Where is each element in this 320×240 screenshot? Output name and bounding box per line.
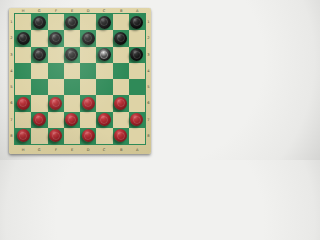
board-square[interactable] [113, 112, 129, 128]
red-checker[interactable] [98, 113, 111, 126]
board-square[interactable] [64, 95, 80, 111]
board-square[interactable] [15, 79, 31, 95]
board-square[interactable] [64, 63, 80, 79]
black-checker[interactable] [114, 32, 127, 45]
board-square[interactable] [80, 79, 96, 95]
black-checker[interactable] [82, 32, 95, 45]
board-square[interactable] [113, 47, 129, 63]
black-checker[interactable] [65, 48, 78, 61]
red-checker[interactable] [82, 97, 95, 110]
board-square[interactable] [64, 128, 80, 144]
red-checker[interactable] [49, 97, 62, 110]
board-square[interactable] [48, 95, 64, 111]
board-square[interactable] [96, 112, 112, 128]
board-square[interactable] [113, 30, 129, 46]
board-square[interactable] [80, 30, 96, 46]
board-square[interactable] [48, 112, 64, 128]
black-checker[interactable] [98, 48, 111, 61]
board-square[interactable] [113, 95, 129, 111]
board-square[interactable] [113, 14, 129, 30]
board-square[interactable] [129, 47, 145, 63]
rank-label: 6 [146, 96, 151, 111]
red-checker[interactable] [114, 129, 127, 142]
board-square[interactable] [15, 128, 31, 144]
board-square[interactable] [48, 30, 64, 46]
file-labels-bottom: HGFEDCBA [15, 146, 145, 154]
file-label: C [97, 146, 112, 153]
file-label: A [130, 146, 145, 153]
rank-labels-right: 12345678 [146, 14, 151, 144]
black-checker[interactable] [130, 48, 143, 61]
board-square[interactable] [15, 112, 31, 128]
rank-label: 3 [146, 47, 151, 62]
rank-label: 1 [146, 15, 151, 30]
red-checker[interactable] [114, 97, 127, 110]
board-square[interactable] [64, 79, 80, 95]
board-square[interactable] [31, 95, 47, 111]
board-square[interactable] [80, 14, 96, 30]
board-square[interactable] [31, 63, 47, 79]
black-checker[interactable] [17, 32, 30, 45]
red-checker[interactable] [49, 129, 62, 142]
board-square[interactable] [129, 30, 145, 46]
board-square[interactable] [113, 128, 129, 144]
rank-label: 2 [146, 31, 151, 46]
black-checker[interactable] [130, 16, 143, 29]
board-square[interactable] [48, 128, 64, 144]
play-area [14, 13, 146, 145]
red-checker[interactable] [65, 113, 78, 126]
board-square[interactable] [48, 63, 64, 79]
board-square[interactable] [96, 47, 112, 63]
board-square[interactable] [31, 128, 47, 144]
board-square[interactable] [64, 30, 80, 46]
board-square[interactable] [64, 14, 80, 30]
board-square[interactable] [80, 47, 96, 63]
red-checker[interactable] [17, 129, 30, 142]
board-square[interactable] [31, 14, 47, 30]
board-square[interactable] [31, 112, 47, 128]
file-label: H [16, 146, 31, 153]
checkers-board: HGFEDCBA HGFEDCBA 12345678 12345678 [9, 8, 151, 154]
board-square[interactable] [96, 14, 112, 30]
board-square[interactable] [31, 47, 47, 63]
board-square[interactable] [15, 95, 31, 111]
board-square[interactable] [129, 63, 145, 79]
board-square[interactable] [96, 95, 112, 111]
black-checker[interactable] [65, 16, 78, 29]
board-square[interactable] [15, 63, 31, 79]
board-square[interactable] [96, 79, 112, 95]
file-label: B [113, 146, 128, 153]
board-square[interactable] [113, 79, 129, 95]
board-square[interactable] [48, 14, 64, 30]
rank-label: 7 [146, 112, 151, 127]
board-square[interactable] [80, 95, 96, 111]
rank-label: 4 [146, 64, 151, 79]
board-square[interactable] [15, 47, 31, 63]
board-square[interactable] [129, 112, 145, 128]
board-square[interactable] [15, 30, 31, 46]
rank-label: 8 [146, 129, 151, 144]
board-square[interactable] [31, 30, 47, 46]
board-square[interactable] [129, 95, 145, 111]
board-square[interactable] [15, 14, 31, 30]
board-square[interactable] [113, 63, 129, 79]
board-square[interactable] [48, 47, 64, 63]
red-checker[interactable] [82, 129, 95, 142]
board-square[interactable] [64, 112, 80, 128]
black-checker[interactable] [49, 32, 62, 45]
board-square[interactable] [96, 30, 112, 46]
board-square[interactable] [80, 112, 96, 128]
board-square[interactable] [64, 47, 80, 63]
board-square[interactable] [31, 79, 47, 95]
board-grid [15, 14, 145, 144]
red-checker[interactable] [17, 97, 30, 110]
board-square[interactable] [129, 128, 145, 144]
board-square[interactable] [80, 63, 96, 79]
board-square[interactable] [96, 128, 112, 144]
file-label: G [32, 146, 47, 153]
red-checker[interactable] [130, 113, 143, 126]
board-square[interactable] [80, 128, 96, 144]
black-checker[interactable] [33, 16, 46, 29]
file-label: D [81, 146, 96, 153]
red-checker[interactable] [33, 113, 46, 126]
board-square[interactable] [129, 14, 145, 30]
board-square[interactable] [129, 79, 145, 95]
file-label: F [48, 146, 63, 153]
file-label: E [65, 146, 80, 153]
black-checker[interactable] [33, 48, 46, 61]
board-square[interactable] [96, 63, 112, 79]
board-square[interactable] [48, 79, 64, 95]
black-checker[interactable] [98, 16, 111, 29]
rank-label: 5 [146, 80, 151, 95]
